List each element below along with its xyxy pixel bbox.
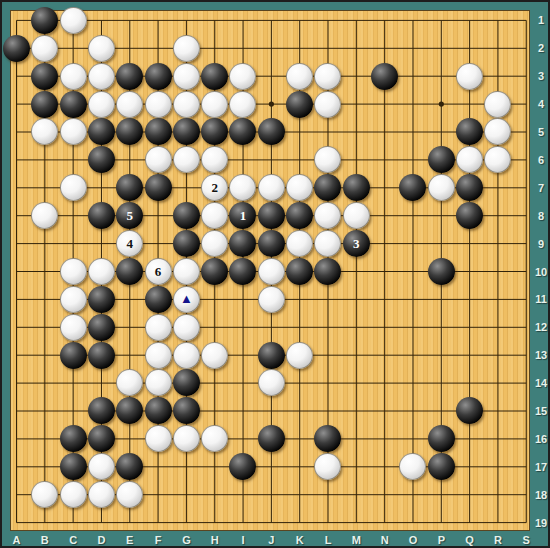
col-label-E: E	[126, 534, 133, 546]
white-stone-C10	[60, 258, 87, 285]
col-label-A: A	[13, 534, 21, 546]
black-stone-P17	[428, 453, 455, 480]
col-label-L: L	[325, 534, 332, 546]
white-stone-F4	[145, 91, 172, 118]
white-stone-E4	[116, 91, 143, 118]
black-stone-D11	[88, 286, 115, 313]
white-stone-H16	[201, 425, 228, 452]
white-stone-L9	[314, 230, 341, 257]
white-stone-D17	[88, 453, 115, 480]
white-stone-L6	[314, 146, 341, 173]
row-label-19: 19	[535, 517, 547, 529]
white-stone-F10: 6	[145, 258, 172, 285]
black-stone-L10	[314, 258, 341, 285]
white-stone-G6	[173, 146, 200, 173]
move-number-label: 6	[155, 265, 162, 278]
move-number-label: 5	[126, 209, 133, 222]
black-stone-D12	[88, 314, 115, 341]
white-stone-L4	[314, 91, 341, 118]
row-label-9: 9	[538, 238, 544, 250]
black-stone-E15	[116, 397, 143, 424]
black-stone-C4	[60, 91, 87, 118]
row-label-1: 1	[538, 14, 544, 26]
row-label-5: 5	[538, 126, 544, 138]
col-label-K: K	[296, 534, 304, 546]
white-stone-D18	[88, 481, 115, 508]
black-stone-E3	[116, 63, 143, 90]
black-stone-K4	[286, 91, 313, 118]
white-stone-C12	[60, 314, 87, 341]
black-stone-I9	[229, 230, 256, 257]
row-label-6: 6	[538, 154, 544, 166]
black-stone-H3	[201, 63, 228, 90]
black-stone-M7	[343, 174, 370, 201]
black-stone-L16	[314, 425, 341, 452]
col-label-I: I	[242, 534, 245, 546]
white-stone-G13	[173, 342, 200, 369]
black-stone-I8: 1	[229, 202, 256, 229]
black-stone-G14	[173, 369, 200, 396]
white-stone-H13	[201, 342, 228, 369]
black-stone-D6	[88, 146, 115, 173]
black-stone-G5	[173, 118, 200, 145]
black-stone-F15	[145, 397, 172, 424]
black-stone-A2	[3, 35, 30, 62]
black-stone-Q8	[456, 202, 483, 229]
black-stone-F3	[145, 63, 172, 90]
white-stone-J14	[258, 369, 285, 396]
black-stone-G9	[173, 230, 200, 257]
move-number-label: 4	[126, 237, 133, 250]
col-label-R: R	[494, 534, 502, 546]
white-stone-H4	[201, 91, 228, 118]
black-stone-J5	[258, 118, 285, 145]
go-board-window: 251436▲ ABCDEFGHIJKLMNOPQRS1234567891011…	[0, 0, 550, 548]
white-stone-R5	[484, 118, 511, 145]
white-stone-F16	[145, 425, 172, 452]
black-stone-E17	[116, 453, 143, 480]
black-stone-K10	[286, 258, 313, 285]
col-label-M: M	[352, 534, 361, 546]
move-number-label: 2	[211, 181, 218, 194]
white-stone-H9	[201, 230, 228, 257]
white-stone-J10	[258, 258, 285, 285]
white-stone-F6	[145, 146, 172, 173]
white-stone-I7	[229, 174, 256, 201]
black-stone-B3	[31, 63, 58, 90]
white-stone-D4	[88, 91, 115, 118]
white-stone-C5	[60, 118, 87, 145]
row-label-3: 3	[538, 70, 544, 82]
col-label-C: C	[69, 534, 77, 546]
col-label-S: S	[523, 534, 530, 546]
col-label-N: N	[381, 534, 389, 546]
triangle-marker-icon: ▲	[180, 292, 193, 305]
white-stone-E14	[116, 369, 143, 396]
black-stone-F7	[145, 174, 172, 201]
white-stone-B5	[31, 118, 58, 145]
row-label-10: 10	[535, 266, 547, 278]
black-stone-D8	[88, 202, 115, 229]
white-stone-R6	[484, 146, 511, 173]
white-stone-O17	[399, 453, 426, 480]
row-label-12: 12	[535, 321, 547, 333]
white-stone-F12	[145, 314, 172, 341]
go-board[interactable]: 251436▲	[2, 6, 540, 536]
black-stone-K8	[286, 202, 313, 229]
col-label-D: D	[97, 534, 105, 546]
white-stone-R4	[484, 91, 511, 118]
white-stone-K9	[286, 230, 313, 257]
white-stone-Q3	[456, 63, 483, 90]
col-label-H: H	[211, 534, 219, 546]
col-label-P: P	[438, 534, 445, 546]
white-stone-H8	[201, 202, 228, 229]
white-stone-P7	[428, 174, 455, 201]
col-label-B: B	[41, 534, 49, 546]
black-stone-O7	[399, 174, 426, 201]
white-stone-I3	[229, 63, 256, 90]
white-stone-K3	[286, 63, 313, 90]
white-stone-G10	[173, 258, 200, 285]
col-label-J: J	[268, 534, 274, 546]
white-stone-E9: 4	[116, 230, 143, 257]
row-label-2: 2	[538, 42, 544, 54]
black-stone-D16	[88, 425, 115, 452]
black-stone-E5	[116, 118, 143, 145]
black-stone-P10	[428, 258, 455, 285]
white-stone-C1	[60, 7, 87, 34]
black-stone-L7	[314, 174, 341, 201]
black-stone-M9: 3	[343, 230, 370, 257]
white-stone-D10	[88, 258, 115, 285]
white-stone-K7	[286, 174, 313, 201]
white-stone-B8	[31, 202, 58, 229]
black-stone-E8: 5	[116, 202, 143, 229]
white-stone-L3	[314, 63, 341, 90]
black-stone-J13	[258, 342, 285, 369]
black-stone-C16	[60, 425, 87, 452]
black-stone-P16	[428, 425, 455, 452]
black-stone-D13	[88, 342, 115, 369]
white-stone-J7	[258, 174, 285, 201]
white-stone-C3	[60, 63, 87, 90]
black-stone-E10	[116, 258, 143, 285]
black-stone-Q5	[456, 118, 483, 145]
white-stone-G11: ▲	[173, 286, 200, 313]
move-number-label: 3	[353, 237, 360, 250]
black-stone-C17	[60, 453, 87, 480]
move-number-label: 1	[240, 209, 247, 222]
col-label-F: F	[155, 534, 162, 546]
row-label-16: 16	[535, 433, 547, 445]
black-stone-I5	[229, 118, 256, 145]
row-label-15: 15	[535, 405, 547, 417]
white-stone-D2	[88, 35, 115, 62]
white-stone-D3	[88, 63, 115, 90]
row-label-11: 11	[535, 293, 547, 305]
black-stone-D15	[88, 397, 115, 424]
row-label-17: 17	[535, 461, 547, 473]
white-stone-C18	[60, 481, 87, 508]
white-stone-B2	[31, 35, 58, 62]
black-stone-H5	[201, 118, 228, 145]
black-stone-D5	[88, 118, 115, 145]
black-stone-J8	[258, 202, 285, 229]
row-label-14: 14	[535, 377, 547, 389]
black-stone-B1	[31, 7, 58, 34]
black-stone-E7	[116, 174, 143, 201]
white-stone-H6	[201, 146, 228, 173]
white-stone-C11	[60, 286, 87, 313]
row-label-4: 4	[538, 98, 544, 110]
black-stone-J9	[258, 230, 285, 257]
black-stone-G8	[173, 202, 200, 229]
white-stone-C7	[60, 174, 87, 201]
white-stone-L8	[314, 202, 341, 229]
black-stone-B4	[31, 91, 58, 118]
col-label-O: O	[409, 534, 418, 546]
black-stone-G15	[173, 397, 200, 424]
white-stone-G12	[173, 314, 200, 341]
black-stone-H10	[201, 258, 228, 285]
white-stone-F13	[145, 342, 172, 369]
white-stone-G4	[173, 91, 200, 118]
black-stone-P6	[428, 146, 455, 173]
black-stone-I17	[229, 453, 256, 480]
white-stone-M8	[343, 202, 370, 229]
white-stone-B18	[31, 481, 58, 508]
black-stone-Q15	[456, 397, 483, 424]
white-stone-J11	[258, 286, 285, 313]
row-label-18: 18	[535, 489, 547, 501]
col-label-Q: Q	[465, 534, 474, 546]
black-stone-C13	[60, 342, 87, 369]
white-stone-H7: 2	[201, 174, 228, 201]
row-label-13: 13	[535, 349, 547, 361]
black-stone-Q7	[456, 174, 483, 201]
row-label-7: 7	[538, 182, 544, 194]
white-stone-L17	[314, 453, 341, 480]
black-stone-N3	[371, 63, 398, 90]
black-stone-I10	[229, 258, 256, 285]
white-stone-Q6	[456, 146, 483, 173]
white-stone-G3	[173, 63, 200, 90]
row-label-8: 8	[538, 210, 544, 222]
white-stone-G16	[173, 425, 200, 452]
black-stone-F5	[145, 118, 172, 145]
white-stone-F14	[145, 369, 172, 396]
white-stone-G2	[173, 35, 200, 62]
black-stone-F11	[145, 286, 172, 313]
black-stone-J16	[258, 425, 285, 452]
col-label-G: G	[182, 534, 191, 546]
white-stone-E18	[116, 481, 143, 508]
white-stone-I4	[229, 91, 256, 118]
white-stone-K13	[286, 342, 313, 369]
